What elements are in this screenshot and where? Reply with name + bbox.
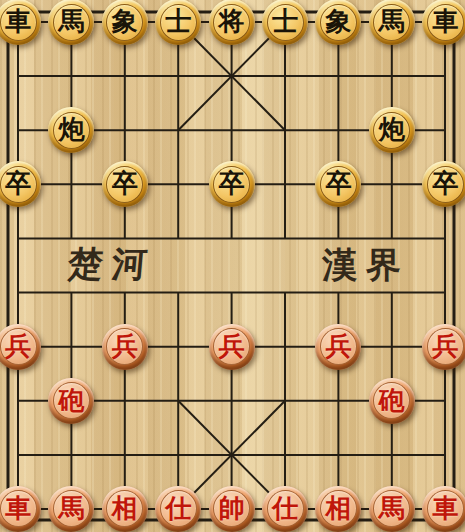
piece-black-chariot-i1[interactable]: 車: [422, 0, 465, 45]
piece-red-elephant-c10[interactable]: 相: [102, 486, 148, 532]
piece-character: 相: [325, 495, 351, 521]
piece-face: 馬: [373, 4, 410, 41]
piece-character: 兵: [5, 333, 31, 359]
piece-character: 馬: [379, 8, 405, 34]
piece-face: 仕: [160, 490, 197, 527]
piece-character: 卒: [432, 170, 458, 196]
piece-character: 仕: [165, 495, 191, 521]
piece-face: 将: [213, 4, 250, 41]
piece-character: 象: [112, 8, 138, 34]
piece-face: 兵: [320, 328, 357, 365]
piece-face: 卒: [0, 166, 37, 203]
piece-red-cannon-h8[interactable]: 砲: [369, 378, 415, 424]
piece-character: 馬: [379, 495, 405, 521]
piece-black-chariot-a1[interactable]: 車: [0, 0, 41, 45]
piece-face: 馬: [53, 4, 90, 41]
piece-character: 卒: [219, 170, 245, 196]
piece-character: 車: [432, 495, 458, 521]
piece-face: 卒: [106, 166, 143, 203]
piece-face: 卒: [427, 166, 464, 203]
piece-face: 兵: [427, 328, 464, 365]
piece-red-soldier-i7[interactable]: 兵: [422, 324, 465, 370]
piece-black-horse-b1[interactable]: 馬: [48, 0, 94, 45]
piece-character: 兵: [432, 333, 458, 359]
piece-red-soldier-e7[interactable]: 兵: [209, 324, 255, 370]
piece-red-horse-h10[interactable]: 馬: [369, 486, 415, 532]
pieces-layer: 車馬象士将士象馬車炮炮卒卒卒卒卒兵兵兵兵兵砲砲車馬相仕帥仕相馬車: [0, 0, 465, 532]
piece-face: 象: [320, 4, 357, 41]
piece-black-soldier-c4[interactable]: 卒: [102, 161, 148, 207]
piece-face: 士: [160, 4, 197, 41]
piece-character: 卒: [325, 170, 351, 196]
piece-face: 卒: [213, 166, 250, 203]
piece-red-soldier-g7[interactable]: 兵: [315, 324, 361, 370]
piece-character: 帥: [219, 495, 245, 521]
piece-character: 馬: [58, 495, 84, 521]
piece-face: 士: [267, 4, 304, 41]
piece-black-soldier-e4[interactable]: 卒: [209, 161, 255, 207]
piece-character: 車: [5, 495, 31, 521]
piece-character: 士: [165, 8, 191, 34]
piece-red-horse-b10[interactable]: 馬: [48, 486, 94, 532]
piece-black-advisor-d1[interactable]: 士: [155, 0, 201, 45]
piece-character: 車: [432, 8, 458, 34]
piece-face: 仕: [267, 490, 304, 527]
piece-red-soldier-c7[interactable]: 兵: [102, 324, 148, 370]
piece-black-elephant-g1[interactable]: 象: [315, 0, 361, 45]
piece-face: 炮: [53, 112, 90, 149]
piece-face: 馬: [53, 490, 90, 527]
piece-character: 卒: [5, 170, 31, 196]
piece-face: 象: [106, 4, 143, 41]
piece-character: 砲: [58, 387, 84, 413]
piece-black-horse-h1[interactable]: 馬: [369, 0, 415, 45]
piece-character: 象: [325, 8, 351, 34]
piece-character: 卒: [112, 170, 138, 196]
piece-face: 車: [427, 490, 464, 527]
piece-red-cannon-b8[interactable]: 砲: [48, 378, 94, 424]
piece-black-advisor-f1[interactable]: 士: [262, 0, 308, 45]
piece-character: 馬: [58, 8, 84, 34]
piece-face: 兵: [213, 328, 250, 365]
xiangqi-board: 楚河 漢界 車馬象士将士象馬車炮炮卒卒卒卒卒兵兵兵兵兵砲砲車馬相仕帥仕相馬車: [0, 0, 465, 532]
piece-black-cannon-h3[interactable]: 炮: [369, 107, 415, 153]
piece-character: 炮: [58, 116, 84, 142]
piece-face: 帥: [213, 490, 250, 527]
piece-character: 炮: [379, 116, 405, 142]
piece-face: 炮: [373, 112, 410, 149]
piece-red-advisor-f10[interactable]: 仕: [262, 486, 308, 532]
piece-red-soldier-a7[interactable]: 兵: [0, 324, 41, 370]
piece-black-general-e1[interactable]: 将: [209, 0, 255, 45]
piece-face: 相: [320, 490, 357, 527]
piece-face: 相: [106, 490, 143, 527]
piece-character: 兵: [325, 333, 351, 359]
piece-face: 砲: [373, 382, 410, 419]
piece-red-advisor-d10[interactable]: 仕: [155, 486, 201, 532]
piece-face: 車: [0, 4, 37, 41]
piece-black-soldier-a4[interactable]: 卒: [0, 161, 41, 207]
piece-red-elephant-g10[interactable]: 相: [315, 486, 361, 532]
piece-face: 砲: [53, 382, 90, 419]
piece-red-chariot-a10[interactable]: 車: [0, 486, 41, 532]
piece-red-general-e10[interactable]: 帥: [209, 486, 255, 532]
piece-character: 兵: [112, 333, 138, 359]
piece-character: 将: [219, 8, 245, 34]
piece-character: 車: [5, 8, 31, 34]
piece-character: 兵: [219, 333, 245, 359]
piece-character: 仕: [272, 495, 298, 521]
piece-black-elephant-c1[interactable]: 象: [102, 0, 148, 45]
piece-face: 車: [0, 490, 37, 527]
piece-red-chariot-i10[interactable]: 車: [422, 486, 465, 532]
piece-face: 車: [427, 4, 464, 41]
piece-character: 士: [272, 8, 298, 34]
piece-face: 兵: [0, 328, 37, 365]
piece-face: 卒: [320, 166, 357, 203]
piece-character: 砲: [379, 387, 405, 413]
piece-character: 相: [112, 495, 138, 521]
piece-face: 兵: [106, 328, 143, 365]
piece-black-cannon-b3[interactable]: 炮: [48, 107, 94, 153]
piece-black-soldier-i4[interactable]: 卒: [422, 161, 465, 207]
piece-black-soldier-g4[interactable]: 卒: [315, 161, 361, 207]
piece-face: 馬: [373, 490, 410, 527]
